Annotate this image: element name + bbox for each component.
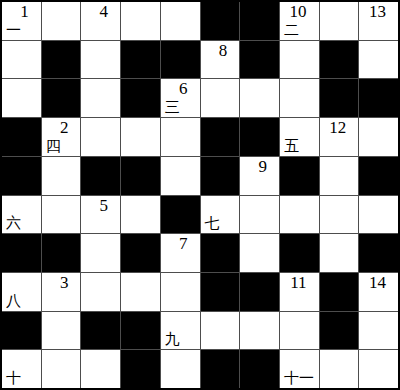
cell-r8c8[interactable]: 11	[280, 273, 319, 311]
black-cell-r1c7	[240, 2, 279, 40]
cell-r8c4[interactable]	[121, 273, 160, 311]
cell-r4c10[interactable]	[359, 118, 398, 156]
cell-r9c10[interactable]	[359, 312, 398, 350]
black-cell-r10c6	[201, 350, 240, 388]
crossword-board: 1一410二1386三2四五129六5七7八31114九十十一	[0, 0, 400, 390]
across-clue-hanzi: 五	[284, 139, 299, 154]
clue-number: 7	[179, 235, 188, 254]
across-clue-hanzi: 八	[6, 294, 21, 309]
cell-r8c1[interactable]: 八	[2, 273, 41, 311]
black-cell-r9c9	[320, 312, 359, 350]
cell-r6c3[interactable]: 5	[81, 196, 120, 234]
cell-r9c6[interactable]	[201, 312, 240, 350]
black-cell-r8c9	[320, 273, 359, 311]
black-cell-r8c6	[201, 273, 240, 311]
cell-r8c3[interactable]	[81, 273, 120, 311]
cell-r4c9[interactable]: 12	[320, 118, 359, 156]
cell-r5c2[interactable]	[42, 157, 81, 195]
black-cell-r7c2	[42, 234, 81, 272]
cell-r10c3[interactable]	[81, 350, 120, 388]
clue-number: 1	[20, 3, 29, 22]
cell-r6c2[interactable]	[42, 196, 81, 234]
across-clue-hanzi: 一	[6, 23, 21, 38]
black-cell-r10c4	[121, 350, 160, 388]
cell-r9c8[interactable]	[280, 312, 319, 350]
clue-number: 3	[60, 274, 69, 293]
black-cell-r5c4	[121, 157, 160, 195]
cell-r7c5[interactable]: 7	[161, 234, 200, 272]
cell-r6c4[interactable]	[121, 196, 160, 234]
cell-r6c8[interactable]	[280, 196, 319, 234]
black-cell-r7c4	[121, 234, 160, 272]
cell-r10c5[interactable]	[161, 350, 200, 388]
black-cell-r3c9	[320, 79, 359, 117]
black-cell-r10c7	[240, 350, 279, 388]
across-clue-hanzi: 三	[165, 100, 180, 115]
clue-number: 11	[290, 274, 306, 293]
clue-number: 2	[60, 119, 69, 138]
black-cell-r7c1	[2, 234, 41, 272]
cell-r7c7[interactable]	[240, 234, 279, 272]
clue-number: 13	[369, 3, 386, 22]
black-cell-r5c8	[280, 157, 319, 195]
cell-r4c8[interactable]: 五	[280, 118, 319, 156]
cell-r1c3[interactable]: 4	[81, 2, 120, 40]
black-cell-r4c7	[240, 118, 279, 156]
cell-r1c8[interactable]: 10二	[280, 2, 319, 40]
black-cell-r3c2	[42, 79, 81, 117]
black-cell-r2c2	[42, 41, 81, 79]
black-cell-r8c7	[240, 273, 279, 311]
across-clue-hanzi: 九	[165, 332, 180, 347]
cell-r7c3[interactable]	[81, 234, 120, 272]
black-cell-r2c5	[161, 41, 200, 79]
cell-r4c3[interactable]	[81, 118, 120, 156]
cell-r1c5[interactable]	[161, 2, 200, 40]
black-cell-r5c6	[201, 157, 240, 195]
across-clue-hanzi: 四	[46, 139, 61, 154]
black-cell-r9c1	[2, 312, 41, 350]
black-cell-r5c10	[359, 157, 398, 195]
black-cell-r9c4	[121, 312, 160, 350]
clue-number: 9	[258, 158, 267, 177]
cell-r8c5[interactable]	[161, 273, 200, 311]
cell-r9c5[interactable]: 九	[161, 312, 200, 350]
across-clue-hanzi: 二	[284, 23, 299, 38]
cell-r6c6[interactable]: 七	[201, 196, 240, 234]
black-cell-r1c6	[201, 2, 240, 40]
cell-r3c7[interactable]	[240, 79, 279, 117]
cell-r10c8[interactable]: 十一	[280, 350, 319, 388]
cell-r2c10[interactable]	[359, 41, 398, 79]
cell-r5c7[interactable]: 9	[240, 157, 279, 195]
cell-r6c7[interactable]	[240, 196, 279, 234]
cell-r3c6[interactable]	[201, 79, 240, 117]
black-cell-r7c10	[359, 234, 398, 272]
black-cell-r9c3	[81, 312, 120, 350]
black-cell-r4c1	[2, 118, 41, 156]
clue-number: 10	[290, 3, 307, 22]
cell-r10c9[interactable]	[320, 350, 359, 388]
cell-r3c5[interactable]: 6三	[161, 79, 200, 117]
black-cell-r3c10	[359, 79, 398, 117]
cell-r6c9[interactable]	[320, 196, 359, 234]
cell-r10c2[interactable]	[42, 350, 81, 388]
cell-r4c5[interactable]	[161, 118, 200, 156]
cell-r4c2[interactable]: 2四	[42, 118, 81, 156]
cell-r1c1[interactable]: 1一	[2, 2, 41, 40]
across-clue-hanzi: 十	[6, 371, 21, 386]
black-cell-r4c6	[201, 118, 240, 156]
cell-r2c6[interactable]: 8	[201, 41, 240, 79]
black-cell-r5c3	[81, 157, 120, 195]
cell-r5c5[interactable]	[161, 157, 200, 195]
clue-number: 14	[369, 274, 386, 293]
cell-r7c9[interactable]	[320, 234, 359, 272]
cell-r1c10[interactable]: 13	[359, 2, 398, 40]
cell-r4c4[interactable]	[121, 118, 160, 156]
across-clue-hanzi: 十一	[284, 371, 314, 386]
cell-r2c8[interactable]	[280, 41, 319, 79]
cell-r9c2[interactable]	[42, 312, 81, 350]
black-cell-r7c8	[280, 234, 319, 272]
cell-r1c4[interactable]	[121, 2, 160, 40]
cell-r2c1[interactable]	[2, 41, 41, 79]
clue-number: 6	[179, 80, 188, 99]
cell-r3c8[interactable]	[280, 79, 319, 117]
black-cell-r2c9	[320, 41, 359, 79]
cell-r3c3[interactable]	[81, 79, 120, 117]
cell-r5c9[interactable]	[320, 157, 359, 195]
clue-number: 4	[100, 3, 109, 22]
clue-number: 5	[100, 197, 109, 216]
black-cell-r2c7	[240, 41, 279, 79]
black-cell-r5c1	[2, 157, 41, 195]
across-clue-hanzi: 七	[205, 216, 220, 231]
black-cell-r7c6	[201, 234, 240, 272]
cell-r8c2[interactable]: 3	[42, 273, 81, 311]
cell-r6c1[interactable]: 六	[2, 196, 41, 234]
cell-r10c1[interactable]: 十	[2, 350, 41, 388]
cell-r2c3[interactable]	[81, 41, 120, 79]
cell-r3c1[interactable]	[2, 79, 41, 117]
black-cell-r3c4	[121, 79, 160, 117]
cell-r1c2[interactable]	[42, 2, 81, 40]
cell-r1c9[interactable]	[320, 2, 359, 40]
cell-r8c10[interactable]: 14	[359, 273, 398, 311]
cell-r9c7[interactable]	[240, 312, 279, 350]
black-cell-r2c4	[121, 41, 160, 79]
cell-r6c10[interactable]	[359, 196, 398, 234]
cell-r10c10[interactable]	[359, 350, 398, 388]
black-cell-r6c5	[161, 196, 200, 234]
clue-number: 12	[329, 119, 346, 138]
clue-number: 8	[219, 42, 228, 61]
across-clue-hanzi: 六	[6, 216, 21, 231]
